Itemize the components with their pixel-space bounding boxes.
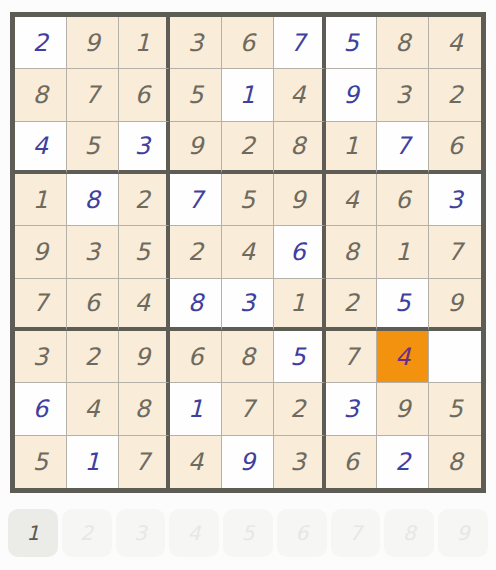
cell-r2c6[interactable]: 4 <box>274 69 326 121</box>
cell-r6c6[interactable]: 1 <box>274 279 326 331</box>
cell-r4c6[interactable]: 9 <box>274 174 326 226</box>
keypad-button-6[interactable]: 6 <box>277 509 327 557</box>
cell-r7c1[interactable]: 3 <box>15 331 67 383</box>
cell-r4c1[interactable]: 1 <box>15 174 67 226</box>
cell-r8c6[interactable]: 2 <box>274 383 326 435</box>
cell-r1c6[interactable]: 7 <box>274 17 326 69</box>
cell-r8c7[interactable]: 3 <box>326 383 378 435</box>
cell-r6c1[interactable]: 7 <box>15 279 67 331</box>
keypad-button-1[interactable]: 1 <box>8 509 58 557</box>
cell-r8c4[interactable]: 1 <box>170 383 222 435</box>
cell-r7c9[interactable] <box>429 331 481 383</box>
cell-r8c3[interactable]: 8 <box>119 383 171 435</box>
keypad-button-5[interactable]: 5 <box>223 509 273 557</box>
cell-r5c1[interactable]: 9 <box>15 226 67 278</box>
cell-r7c4[interactable]: 6 <box>170 331 222 383</box>
keypad-button-4[interactable]: 4 <box>169 509 219 557</box>
cell-r4c9[interactable]: 3 <box>429 174 481 226</box>
cell-r4c5[interactable]: 5 <box>222 174 274 226</box>
cell-r2c8[interactable]: 3 <box>377 69 429 121</box>
cell-r3c5[interactable]: 2 <box>222 122 274 174</box>
cell-r2c3[interactable]: 6 <box>119 69 171 121</box>
cell-r6c8[interactable]: 5 <box>377 279 429 331</box>
cell-r6c2[interactable]: 6 <box>67 279 119 331</box>
cell-r5c4[interactable]: 2 <box>170 226 222 278</box>
cell-r9c9[interactable]: 8 <box>429 436 481 488</box>
cell-r8c9[interactable]: 5 <box>429 383 481 435</box>
cell-r2c5[interactable]: 1 <box>222 69 274 121</box>
cell-r6c9[interactable]: 9 <box>429 279 481 331</box>
cell-r3c2[interactable]: 5 <box>67 122 119 174</box>
cell-r9c5[interactable]: 9 <box>222 436 274 488</box>
keypad-button-8[interactable]: 8 <box>384 509 434 557</box>
cell-r2c2[interactable]: 7 <box>67 69 119 121</box>
cell-r5c8[interactable]: 1 <box>377 226 429 278</box>
cell-r6c4[interactable]: 8 <box>170 279 222 331</box>
cell-r9c1[interactable]: 5 <box>15 436 67 488</box>
cell-r1c5[interactable]: 6 <box>222 17 274 69</box>
cell-r9c6[interactable]: 3 <box>274 436 326 488</box>
cell-r5c2[interactable]: 3 <box>67 226 119 278</box>
cell-r2c1[interactable]: 8 <box>15 69 67 121</box>
cell-r9c7[interactable]: 6 <box>326 436 378 488</box>
number-keypad: 123456789 <box>8 509 488 557</box>
cell-r3c7[interactable]: 1 <box>326 122 378 174</box>
cell-r8c8[interactable]: 9 <box>377 383 429 435</box>
cell-r6c7[interactable]: 2 <box>326 279 378 331</box>
keypad-button-2[interactable]: 2 <box>62 509 112 557</box>
cell-r9c4[interactable]: 4 <box>170 436 222 488</box>
cell-r1c1[interactable]: 2 <box>15 17 67 69</box>
cell-r9c3[interactable]: 7 <box>119 436 171 488</box>
cell-r8c5[interactable]: 7 <box>222 383 274 435</box>
cell-r6c5[interactable]: 3 <box>222 279 274 331</box>
sudoku-app: 2913675848765149324539281761827594639352… <box>0 0 496 570</box>
cell-r4c4[interactable]: 7 <box>170 174 222 226</box>
cell-r7c3[interactable]: 9 <box>119 331 171 383</box>
cell-r7c6[interactable]: 5 <box>274 331 326 383</box>
cell-r3c8[interactable]: 7 <box>377 122 429 174</box>
cell-r8c1[interactable]: 6 <box>15 383 67 435</box>
keypad-button-7[interactable]: 7 <box>331 509 381 557</box>
cell-r4c7[interactable]: 4 <box>326 174 378 226</box>
sudoku-board: 2913675848765149324539281761827594639352… <box>10 12 486 493</box>
cell-r1c7[interactable]: 5 <box>326 17 378 69</box>
cell-r3c3[interactable]: 3 <box>119 122 171 174</box>
keypad-button-3[interactable]: 3 <box>116 509 166 557</box>
cell-r7c8[interactable]: 4 <box>377 331 429 383</box>
cell-r7c2[interactable]: 2 <box>67 331 119 383</box>
cell-r1c4[interactable]: 3 <box>170 17 222 69</box>
cell-r5c3[interactable]: 5 <box>119 226 171 278</box>
keypad-button-9[interactable]: 9 <box>438 509 488 557</box>
cell-r8c2[interactable]: 4 <box>67 383 119 435</box>
cell-r6c3[interactable]: 4 <box>119 279 171 331</box>
cell-r3c6[interactable]: 8 <box>274 122 326 174</box>
cell-r1c3[interactable]: 1 <box>119 17 171 69</box>
cell-r2c4[interactable]: 5 <box>170 69 222 121</box>
cell-r3c9[interactable]: 6 <box>429 122 481 174</box>
cell-r5c5[interactable]: 4 <box>222 226 274 278</box>
cell-r5c6[interactable]: 6 <box>274 226 326 278</box>
cell-r5c9[interactable]: 7 <box>429 226 481 278</box>
cell-r7c7[interactable]: 7 <box>326 331 378 383</box>
cell-r1c8[interactable]: 8 <box>377 17 429 69</box>
cell-r3c4[interactable]: 9 <box>170 122 222 174</box>
cell-r4c8[interactable]: 6 <box>377 174 429 226</box>
cell-r3c1[interactable]: 4 <box>15 122 67 174</box>
cell-r7c5[interactable]: 8 <box>222 331 274 383</box>
cell-r9c8[interactable]: 2 <box>377 436 429 488</box>
cell-r1c9[interactable]: 4 <box>429 17 481 69</box>
cell-r1c2[interactable]: 9 <box>67 17 119 69</box>
cell-r2c7[interactable]: 9 <box>326 69 378 121</box>
cell-r4c3[interactable]: 2 <box>119 174 171 226</box>
cell-r9c2[interactable]: 1 <box>67 436 119 488</box>
cell-r4c2[interactable]: 8 <box>67 174 119 226</box>
cell-r5c7[interactable]: 8 <box>326 226 378 278</box>
cell-r2c9[interactable]: 2 <box>429 69 481 121</box>
